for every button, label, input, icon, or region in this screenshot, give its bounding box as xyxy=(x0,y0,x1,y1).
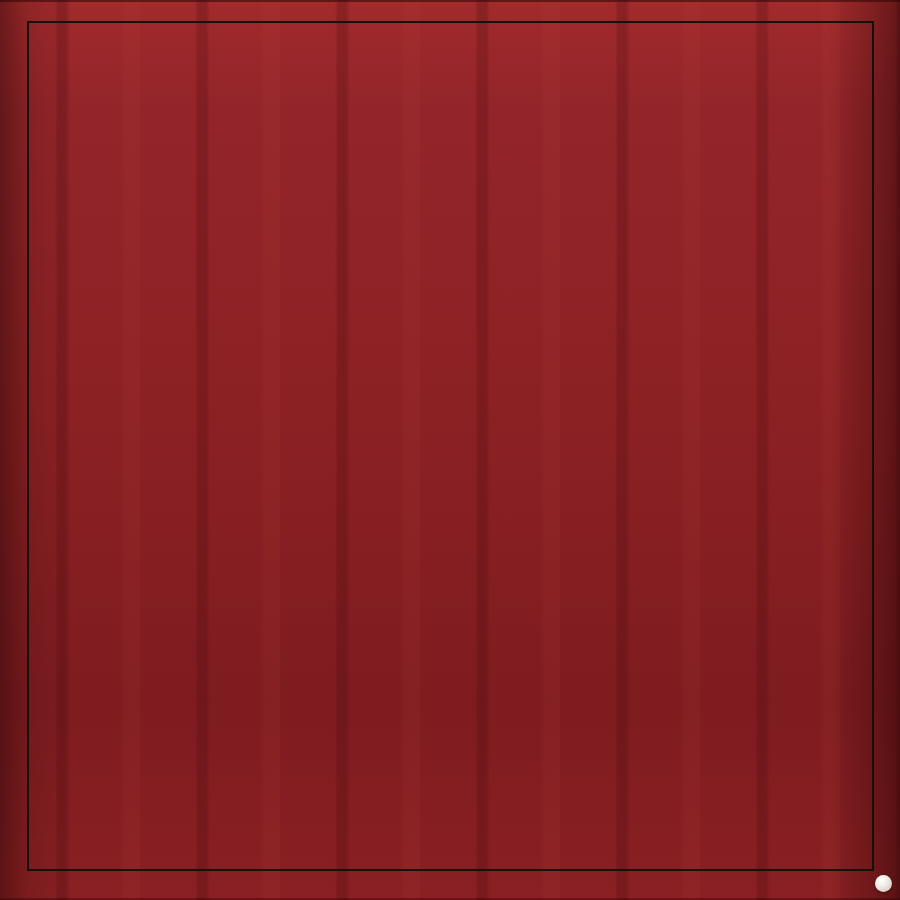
board-frame xyxy=(0,0,900,900)
white-to-move-indicator xyxy=(875,875,892,892)
chess-board xyxy=(27,21,874,871)
rank-labels xyxy=(0,21,27,871)
file-labels xyxy=(27,871,874,900)
